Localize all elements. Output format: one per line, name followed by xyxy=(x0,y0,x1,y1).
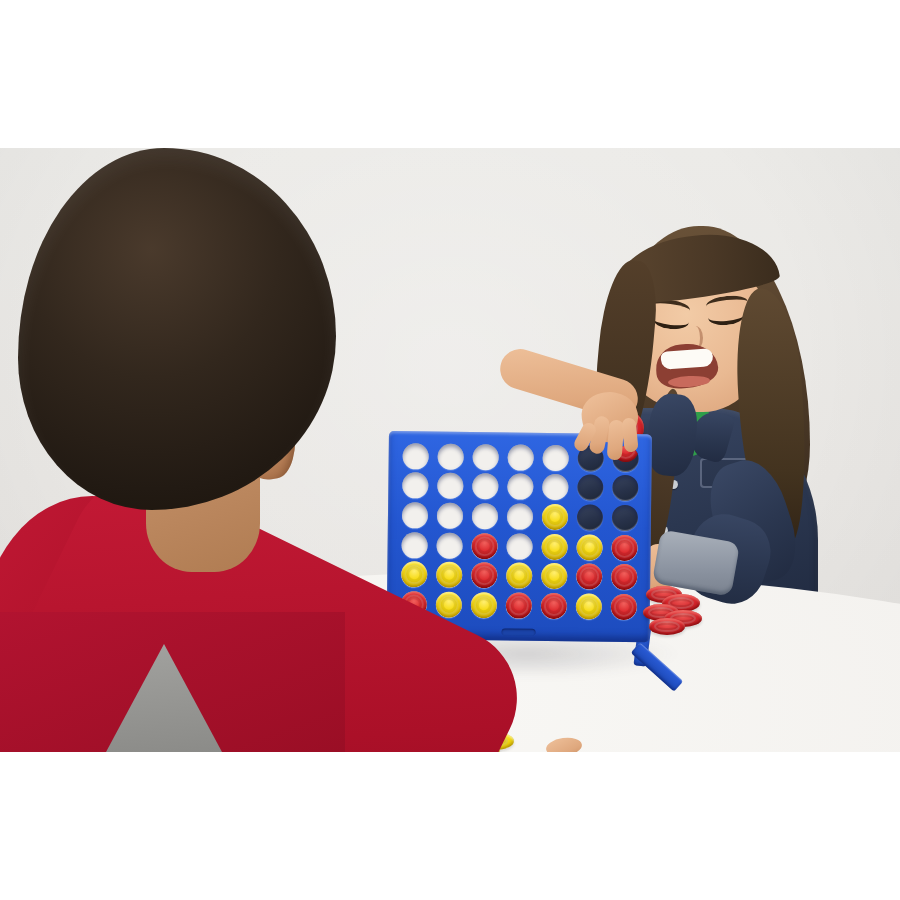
photo-area xyxy=(0,148,900,752)
boy-player xyxy=(0,148,900,752)
product-photo-canvas xyxy=(0,0,900,900)
